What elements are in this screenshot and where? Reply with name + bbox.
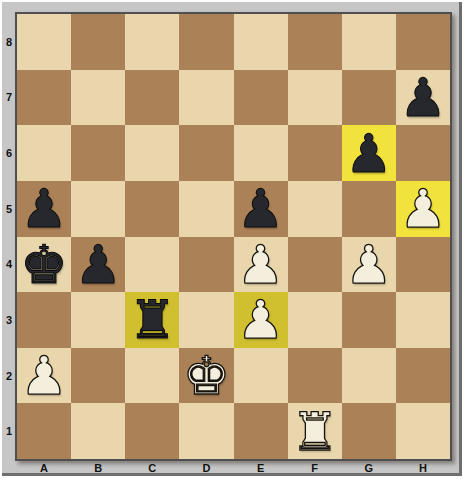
square-e4[interactable]: ♟ — [234, 237, 288, 293]
file-label-b: B — [71, 460, 125, 476]
square-c4[interactable] — [125, 237, 179, 293]
square-g7[interactable] — [342, 70, 396, 126]
square-g1[interactable] — [342, 403, 396, 459]
file-label-g: G — [342, 460, 396, 476]
rank-label-1: 1 — [3, 403, 15, 459]
piece-white-pawn: ♟ — [237, 292, 285, 347]
square-b7[interactable] — [71, 70, 125, 126]
square-a2[interactable]: ♟ — [17, 348, 71, 404]
square-h1[interactable] — [396, 403, 450, 459]
square-c3[interactable]: ♜ — [125, 292, 179, 348]
square-b1[interactable] — [71, 403, 125, 459]
piece-white-king: ♚ — [183, 348, 231, 403]
square-h8[interactable] — [396, 14, 450, 70]
square-g3[interactable] — [342, 292, 396, 348]
square-c1[interactable] — [125, 403, 179, 459]
square-b8[interactable] — [71, 14, 125, 70]
square-f2[interactable] — [288, 348, 342, 404]
square-e6[interactable] — [234, 125, 288, 181]
file-label-d: D — [179, 460, 233, 476]
square-h6[interactable] — [396, 125, 450, 181]
square-g5[interactable] — [342, 181, 396, 237]
square-e3[interactable]: ♟ — [234, 292, 288, 348]
square-h4[interactable] — [396, 237, 450, 293]
square-d3[interactable] — [179, 292, 233, 348]
square-h2[interactable] — [396, 348, 450, 404]
piece-black-pawn: ♟ — [237, 181, 285, 236]
piece-black-pawn: ♟ — [74, 237, 122, 292]
piece-white-pawn: ♟ — [399, 181, 447, 236]
square-b5[interactable] — [71, 181, 125, 237]
square-f5[interactable] — [288, 181, 342, 237]
square-e2[interactable] — [234, 348, 288, 404]
piece-white-pawn: ♟ — [20, 348, 68, 403]
square-a5[interactable]: ♟ — [17, 181, 71, 237]
square-h5[interactable]: ♟ — [396, 181, 450, 237]
square-d7[interactable] — [179, 70, 233, 126]
rank-label-6: 6 — [3, 125, 15, 181]
piece-black-pawn: ♟ — [345, 126, 393, 181]
square-c8[interactable] — [125, 14, 179, 70]
rank-label-2: 2 — [3, 348, 15, 404]
square-h7[interactable]: ♟ — [396, 70, 450, 126]
square-g6[interactable]: ♟ — [342, 125, 396, 181]
file-label-h: H — [396, 460, 450, 476]
square-e7[interactable] — [234, 70, 288, 126]
square-e1[interactable] — [234, 403, 288, 459]
square-d2[interactable]: ♚ — [179, 348, 233, 404]
square-c2[interactable] — [125, 348, 179, 404]
rank-label-8: 8 — [3, 14, 15, 70]
file-labels: ABCDEFGH — [17, 460, 450, 476]
rank-label-4: 4 — [3, 237, 15, 293]
piece-white-pawn: ♟ — [237, 237, 285, 292]
piece-black-rook: ♜ — [129, 292, 177, 347]
square-a8[interactable] — [17, 14, 71, 70]
piece-black-king: ♚ — [20, 237, 68, 292]
square-a7[interactable] — [17, 70, 71, 126]
square-e5[interactable]: ♟ — [234, 181, 288, 237]
square-b4[interactable]: ♟ — [71, 237, 125, 293]
square-g4[interactable]: ♟ — [342, 237, 396, 293]
square-c7[interactable] — [125, 70, 179, 126]
square-f4[interactable] — [288, 237, 342, 293]
square-f8[interactable] — [288, 14, 342, 70]
piece-white-pawn: ♟ — [345, 237, 393, 292]
square-h3[interactable] — [396, 292, 450, 348]
square-g8[interactable] — [342, 14, 396, 70]
piece-black-pawn: ♟ — [20, 181, 68, 236]
square-d8[interactable] — [179, 14, 233, 70]
square-a4[interactable]: ♚ — [17, 237, 71, 293]
rank-labels: 87654321 — [3, 14, 15, 459]
file-label-e: E — [234, 460, 288, 476]
square-g2[interactable] — [342, 348, 396, 404]
square-d1[interactable] — [179, 403, 233, 459]
rank-label-3: 3 — [3, 292, 15, 348]
square-f3[interactable] — [288, 292, 342, 348]
square-b6[interactable] — [71, 125, 125, 181]
piece-white-rook: ♜ — [291, 404, 339, 459]
file-label-c: C — [125, 460, 179, 476]
file-label-f: F — [288, 460, 342, 476]
square-a1[interactable] — [17, 403, 71, 459]
square-d5[interactable] — [179, 181, 233, 237]
square-f7[interactable] — [288, 70, 342, 126]
square-b3[interactable] — [71, 292, 125, 348]
square-c5[interactable] — [125, 181, 179, 237]
file-label-a: A — [17, 460, 71, 476]
square-d4[interactable] — [179, 237, 233, 293]
square-e8[interactable] — [234, 14, 288, 70]
square-a6[interactable] — [17, 125, 71, 181]
piece-black-pawn: ♟ — [399, 70, 447, 125]
rank-label-5: 5 — [3, 181, 15, 237]
chess-diagram: 87654321 ♟♟♟♟♟♚♟♟♟♜♟♟♚♜ ABCDEFGH — [0, 0, 469, 479]
square-c6[interactable] — [125, 125, 179, 181]
board: ♟♟♟♟♟♚♟♟♟♜♟♟♚♜ — [15, 12, 452, 461]
square-a3[interactable] — [17, 292, 71, 348]
square-f1[interactable]: ♜ — [288, 403, 342, 459]
rank-label-7: 7 — [3, 70, 15, 126]
square-f6[interactable] — [288, 125, 342, 181]
square-d6[interactable] — [179, 125, 233, 181]
square-b2[interactable] — [71, 348, 125, 404]
